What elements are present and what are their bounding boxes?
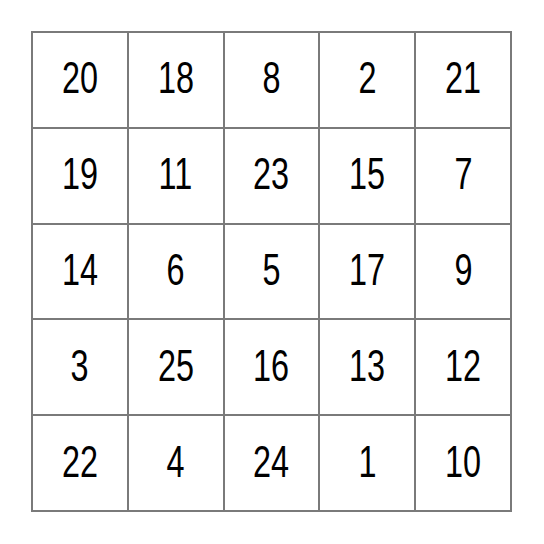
cell-r0c4: 21	[416, 33, 510, 127]
cell-r1c1: 11	[129, 129, 223, 223]
cell-number: 6	[167, 247, 185, 292]
cell-r2c1: 6	[129, 225, 223, 319]
bingo-board: 20 18 8 2 21 19 11 23 15 7 14 6 5 17 9 3…	[31, 31, 512, 512]
cell-r4c4: 10	[416, 416, 510, 510]
cell-number: 2	[358, 55, 376, 100]
cell-number: 16	[253, 343, 289, 388]
cell-r4c0: 22	[33, 416, 127, 510]
cell-number: 11	[159, 151, 193, 196]
cell-r2c2: 5	[225, 225, 319, 319]
cell-r0c1: 18	[129, 33, 223, 127]
cell-number: 12	[445, 343, 481, 388]
cell-r1c2: 23	[225, 129, 319, 223]
cell-number: 13	[349, 343, 385, 388]
cell-r3c2: 16	[225, 320, 319, 414]
cell-r3c4: 12	[416, 320, 510, 414]
cell-number: 24	[253, 439, 289, 484]
cell-number: 1	[358, 439, 376, 484]
cell-r0c2: 8	[225, 33, 319, 127]
cell-number: 21	[445, 55, 481, 100]
cell-number: 5	[262, 247, 280, 292]
cell-r2c0: 14	[33, 225, 127, 319]
cell-r2c3: 17	[320, 225, 414, 319]
cell-r1c0: 19	[33, 129, 127, 223]
cell-number: 3	[71, 343, 89, 388]
cell-r4c1: 4	[129, 416, 223, 510]
cell-r3c1: 25	[129, 320, 223, 414]
cell-r2c4: 9	[416, 225, 510, 319]
cell-number: 7	[454, 151, 472, 196]
cell-r4c3: 1	[320, 416, 414, 510]
cell-number: 9	[454, 247, 472, 292]
cell-number: 15	[349, 151, 385, 196]
cell-number: 17	[349, 247, 385, 292]
cell-number: 23	[253, 151, 289, 196]
cell-number: 19	[62, 151, 98, 196]
cell-number: 22	[62, 439, 98, 484]
cell-r3c3: 13	[320, 320, 414, 414]
cell-number: 20	[62, 55, 98, 100]
cell-r1c3: 15	[320, 129, 414, 223]
cell-r3c0: 3	[33, 320, 127, 414]
cell-number: 18	[158, 55, 194, 100]
cell-number: 4	[167, 439, 185, 484]
cell-number: 14	[62, 247, 98, 292]
cell-r0c0: 20	[33, 33, 127, 127]
cell-number: 10	[445, 439, 481, 484]
cell-number: 8	[262, 55, 280, 100]
cell-r0c3: 2	[320, 33, 414, 127]
cell-number: 25	[158, 343, 194, 388]
cell-r1c4: 7	[416, 129, 510, 223]
cell-r4c2: 24	[225, 416, 319, 510]
